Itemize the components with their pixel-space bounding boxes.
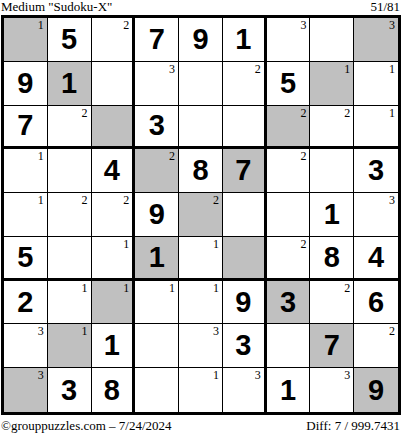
pencil-mark: 2 [344, 106, 350, 120]
pencil-mark: 1 [82, 324, 88, 338]
cell-r5c5[interactable]: 2 [179, 193, 223, 237]
cell-r8c5[interactable]: 3 [179, 324, 223, 368]
pencil-mark: 2 [82, 193, 88, 207]
pencil-mark: 2 [389, 324, 395, 338]
cell-r3c2[interactable]: 2 [48, 106, 92, 150]
cell-r3c1[interactable]: 7 [4, 106, 48, 150]
cell-r3c8[interactable]: 2 [310, 106, 354, 150]
cell-value: 8 [179, 149, 222, 192]
pencil-mark: 3 [213, 324, 219, 338]
cell-r8c4[interactable] [135, 324, 179, 368]
cell-r9c8[interactable]: 3 [310, 368, 354, 412]
header: Medium "Sudoku-X" 51/81 [0, 0, 402, 14]
cell-r1c9[interactable]: 3 [354, 18, 398, 62]
cell-value: 6 [354, 281, 398, 324]
cell-r5c3[interactable]: 2 [92, 193, 136, 237]
pencil-mark: 2 [82, 106, 88, 120]
cell-r4c7[interactable]: 2 [267, 149, 311, 193]
pencil-mark: 3 [38, 368, 44, 382]
cell-r8c1[interactable]: 3 [4, 324, 48, 368]
cell-value: 7 [310, 324, 353, 367]
cell-r8c9[interactable]: 2 [354, 324, 398, 368]
pencil-mark: 1 [213, 368, 219, 382]
cell-r9c4[interactable] [135, 368, 179, 412]
cell-r1c4[interactable]: 7 [135, 18, 179, 62]
cell-r8c2[interactable]: 1 [48, 324, 92, 368]
pencil-mark: 2 [169, 149, 175, 163]
pencil-mark: 3 [344, 368, 350, 382]
cell-r2c7[interactable]: 5 [267, 62, 311, 106]
cell-value: 1 [223, 18, 264, 61]
cell-r9c3[interactable]: 8 [92, 368, 136, 412]
cell-value: 7 [223, 149, 264, 192]
cell-r1c6[interactable]: 1 [223, 18, 267, 62]
cell-value: 2 [4, 281, 47, 324]
cell-r7c2[interactable]: 1 [48, 281, 92, 325]
cell-r1c1[interactable]: 1 [4, 18, 48, 62]
cell-r7c9[interactable]: 6 [354, 281, 398, 325]
cell-value: 3 [223, 324, 264, 367]
cell-r4c3[interactable]: 4 [92, 149, 136, 193]
cell-r6c3[interactable]: 1 [92, 237, 136, 281]
pencil-mark: 1 [213, 281, 219, 295]
cell-r1c2[interactable]: 5 [48, 18, 92, 62]
cell-r9c6[interactable]: 3 [223, 368, 267, 412]
cell-value: 5 [48, 18, 91, 61]
cell-r2c5[interactable] [179, 62, 223, 106]
cell-r2c4[interactable]: 3 [135, 62, 179, 106]
pencil-mark: 2 [300, 106, 306, 120]
pencil-mark: 3 [169, 62, 175, 76]
pencil-mark: 2 [255, 62, 261, 76]
cell-value: 3 [48, 368, 91, 412]
cell-r4c2[interactable] [48, 149, 92, 193]
cell-r9c2[interactable]: 3 [48, 368, 92, 412]
cell-r7c7[interactable]: 3 [267, 281, 311, 325]
cell-value: 3 [135, 106, 178, 147]
cell-value: 9 [4, 62, 47, 105]
cell-r5c7[interactable] [267, 193, 311, 237]
cell-r3c7[interactable]: 2 [267, 106, 311, 150]
cell-value: 5 [4, 237, 47, 278]
pencil-mark: 1 [38, 149, 44, 163]
cell-r3c4[interactable]: 3 [135, 106, 179, 150]
cell-value: 9 [223, 281, 264, 324]
cell-r4c9[interactable]: 3 [354, 149, 398, 193]
cell-r8c8[interactable]: 7 [310, 324, 354, 368]
pencil-mark: 1 [213, 237, 219, 251]
pencil-mark: 1 [38, 18, 44, 32]
cell-r1c3[interactable]: 2 [92, 18, 136, 62]
pencil-mark: 2 [123, 193, 129, 207]
cell-r2c3[interactable] [92, 62, 136, 106]
pencil-mark: 1 [169, 281, 175, 295]
cell-r4c6[interactable]: 7 [223, 149, 267, 193]
page-title: Medium "Sudoku-X" [1, 0, 112, 14]
cell-r8c6[interactable]: 3 [223, 324, 267, 368]
cell-r3c9[interactable]: 1 [354, 106, 398, 150]
pencil-mark: 1 [389, 106, 395, 120]
cell-r2c9[interactable]: 1 [354, 62, 398, 106]
sudoku-page: Medium "Sudoku-X" 51/81 1527913391325117… [0, 0, 402, 437]
pencil-mark: 3 [389, 18, 395, 32]
cell-r5c1[interactable]: 1 [4, 193, 48, 237]
footer: ©grouppuzzles.com – 7/24/2024 Diff: 7 / … [0, 415, 402, 433]
pencil-mark: 3 [38, 324, 44, 338]
cell-r6c2[interactable] [48, 237, 92, 281]
cell-r5c6[interactable] [223, 193, 267, 237]
cell-r7c6[interactable]: 9 [223, 281, 267, 325]
cell-r7c4[interactable]: 1 [135, 281, 179, 325]
cell-value: 7 [4, 106, 47, 147]
cell-r6c1[interactable]: 5 [4, 237, 48, 281]
cell-value: 3 [354, 149, 398, 192]
cell-r5c8[interactable]: 1 [310, 193, 354, 237]
pencil-mark: 1 [123, 237, 129, 251]
cell-value: 8 [310, 237, 353, 278]
pencil-mark: 2 [300, 237, 306, 251]
cell-r7c8[interactable]: 2 [310, 281, 354, 325]
cell-r3c3[interactable] [92, 106, 136, 150]
cell-value: 8 [92, 368, 133, 412]
copyright-text: ©grouppuzzles.com – 7/24/2024 [1, 418, 172, 433]
pencil-mark: 1 [344, 62, 350, 76]
pencil-mark: 2 [344, 281, 350, 295]
cell-value: 1 [48, 62, 91, 105]
cell-r6c4[interactable]: 1 [135, 237, 179, 281]
cell-r2c8[interactable]: 1 [310, 62, 354, 106]
pencil-mark: 1 [123, 281, 129, 295]
cell-r1c5[interactable]: 9 [179, 18, 223, 62]
cell-r2c2[interactable]: 1 [48, 62, 92, 106]
cell-value: 9 [354, 368, 398, 412]
pencil-mark: 3 [389, 193, 395, 207]
cell-value: 4 [354, 237, 398, 278]
sudoku-board: 1527913391325117232211428723122921351112… [1, 15, 401, 415]
cell-r9c1[interactable]: 3 [4, 368, 48, 412]
cell-value: 7 [135, 18, 178, 61]
cell-value: 1 [267, 368, 310, 412]
cell-r2c1[interactable]: 9 [4, 62, 48, 106]
cell-r9c5[interactable]: 1 [179, 368, 223, 412]
cell-r9c7[interactable]: 1 [267, 368, 311, 412]
cell-value: 9 [135, 193, 178, 236]
cell-r2c6[interactable]: 2 [223, 62, 267, 106]
cell-value: 5 [267, 62, 310, 105]
cell-r7c3[interactable]: 1 [92, 281, 136, 325]
pencil-mark: 1 [389, 62, 395, 76]
cell-r4c4[interactable]: 2 [135, 149, 179, 193]
cell-r4c5[interactable]: 8 [179, 149, 223, 193]
cell-value: 9 [179, 18, 222, 61]
cell-r6c5[interactable]: 1 [179, 237, 223, 281]
cell-value: 3 [267, 281, 310, 324]
cell-r5c9[interactable]: 3 [354, 193, 398, 237]
cell-r5c4[interactable]: 9 [135, 193, 179, 237]
cell-r5c2[interactable]: 2 [48, 193, 92, 237]
pencil-mark: 2 [300, 149, 306, 163]
cell-value: 1 [135, 237, 178, 278]
cell-r6c8[interactable]: 8 [310, 237, 354, 281]
cell-r8c3[interactable]: 1 [92, 324, 136, 368]
cell-value: 1 [92, 324, 133, 367]
difficulty-text: Diff: 7 / 999.7431 [306, 418, 400, 433]
pencil-mark: 2 [123, 18, 129, 32]
pencil-mark: 1 [38, 193, 44, 207]
cell-r3c6[interactable] [223, 106, 267, 150]
cell-r9c9[interactable]: 9 [354, 368, 398, 412]
pencil-mark: 1 [82, 281, 88, 295]
pencil-mark: 3 [300, 18, 306, 32]
cell-value: 4 [92, 149, 133, 192]
cell-r3c5[interactable] [179, 106, 223, 150]
cell-r1c8[interactable] [310, 18, 354, 62]
cell-r7c1[interactable]: 2 [4, 281, 48, 325]
cell-r6c9[interactable]: 4 [354, 237, 398, 281]
cell-r6c7[interactable]: 2 [267, 237, 311, 281]
cell-r7c5[interactable]: 1 [179, 281, 223, 325]
cell-r6c6[interactable] [223, 237, 267, 281]
cell-r1c7[interactable]: 3 [267, 18, 311, 62]
cell-r4c1[interactable]: 1 [4, 149, 48, 193]
cell-r4c8[interactable] [310, 149, 354, 193]
remaining-counter: 51/81 [370, 0, 400, 14]
cell-r8c7[interactable] [267, 324, 311, 368]
pencil-mark: 3 [255, 368, 261, 382]
cell-value: 1 [310, 193, 353, 236]
pencil-mark: 2 [213, 193, 219, 207]
